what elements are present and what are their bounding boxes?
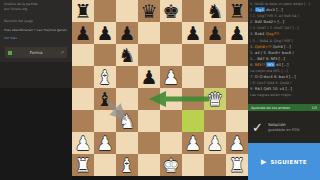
app-screen: Análisis de la partidapor lichess.orgRev… [0, 0, 320, 180]
square-f4[interactable] [182, 88, 204, 110]
play-icon: ▶ [261, 158, 266, 166]
square-h7[interactable]: ♟ [226, 22, 248, 44]
square-c1[interactable]: ♝ [116, 154, 138, 176]
square-f2[interactable]: ♟ [182, 132, 204, 154]
black-pawn-d5: ♟ [140, 66, 157, 88]
square-a3[interactable] [72, 110, 94, 132]
square-h2[interactable]: ♟ [226, 132, 248, 154]
square-e3[interactable] [160, 110, 182, 132]
white-rook-a1: ♜ [74, 154, 91, 176]
forma-label: Forma [12, 50, 60, 55]
square-b5[interactable]: ♝ [94, 66, 116, 88]
white-pawn-b2: ♟ [96, 132, 113, 154]
analysis-panel: 5. Nxd4 te deja un peón abajo [...]1. Qg… [248, 0, 320, 180]
solution-line2: guardada en PGN [268, 128, 300, 133]
sidebar-text-line: Ver más [4, 36, 68, 41]
square-g4[interactable]: ♛ [204, 88, 226, 110]
square-g3[interactable] [204, 110, 226, 132]
square-b4[interactable]: ♝ [94, 88, 116, 110]
left-sidebar: Análisis de la partidapor lichess.orgRev… [0, 0, 72, 180]
square-e1[interactable]: ♚ [160, 154, 182, 176]
white-pawn-g2: ♟ [206, 132, 223, 154]
square-g2[interactable]: ♟ [204, 132, 226, 154]
square-f7[interactable]: ♟ [182, 22, 204, 44]
black-knight-c6: ♞ [118, 44, 135, 66]
square-d3[interactable] [138, 110, 160, 132]
square-f1[interactable] [182, 154, 204, 176]
square-c8[interactable] [116, 0, 138, 22]
square-f8[interactable] [182, 0, 204, 22]
square-d4[interactable] [138, 88, 160, 110]
white-bishop-c1: ♝ [118, 154, 135, 176]
black-pawn-c7: ♟ [118, 22, 135, 44]
black-queen-d8: ♛ [140, 0, 157, 22]
next-button[interactable]: ▶ SIGUIENTE [248, 143, 320, 180]
white-king-e1: ♚ [162, 154, 179, 176]
square-a7[interactable]: ♟ [72, 22, 94, 44]
square-a5[interactable] [72, 66, 94, 88]
square-a6[interactable] [72, 44, 94, 66]
white-pawn-f2: ♟ [184, 132, 201, 154]
square-g6[interactable] [204, 44, 226, 66]
square-e2[interactable] [160, 132, 182, 154]
square-d7[interactable] [138, 22, 160, 44]
square-b6[interactable] [94, 44, 116, 66]
square-h4[interactable] [226, 88, 248, 110]
square-c4[interactable] [116, 88, 138, 110]
square-a2[interactable]: ♟ [72, 132, 94, 154]
black-rook-h8: ♜ [228, 0, 245, 22]
sidebar-text-line: por lichess.org [4, 7, 68, 12]
black-pawn-h7: ♟ [228, 22, 245, 44]
expand-icon[interactable]: ↗ [60, 50, 64, 55]
square-c5[interactable] [116, 66, 138, 88]
square-g1[interactable] [204, 154, 226, 176]
white-queen-g4: ♛ [206, 88, 223, 110]
white-pawn-h2: ♟ [228, 132, 245, 154]
square-h1[interactable]: ♜ [226, 154, 248, 176]
square-g7[interactable]: ♟ [204, 22, 226, 44]
square-d2[interactable] [138, 132, 160, 154]
square-d8[interactable]: ♛ [138, 0, 160, 22]
black-bishop-b4: ♝ [96, 88, 113, 110]
square-g5[interactable] [204, 66, 226, 88]
white-knight-c3: ♞ [118, 110, 135, 132]
black-pawn-g7: ♟ [206, 22, 223, 44]
square-h8[interactable]: ♜ [226, 0, 248, 22]
black-rook-a8: ♜ [74, 0, 91, 22]
square-a8[interactable]: ♜ [72, 0, 94, 22]
square-f3[interactable] [182, 110, 204, 132]
sidebar-text-line: Revisión del juego [4, 19, 68, 24]
square-e7[interactable] [160, 22, 182, 44]
square-c7[interactable]: ♟ [116, 22, 138, 44]
square-e5[interactable]: ♟ [160, 66, 182, 88]
square-h3[interactable] [226, 110, 248, 132]
white-pawn-a2: ♟ [74, 132, 91, 154]
square-h6[interactable] [226, 44, 248, 66]
black-king-e8: ♚ [162, 0, 179, 22]
chess-board[interactable]: ♜♛♚♞♜♟♟♟♟♟♟♞♝♟♟♝♛♞♟♟♟♟♟♜♝♚♜ [72, 0, 248, 176]
solution-block: ✓ Solución guardada en PGN [248, 111, 320, 143]
solution-text: Solución guardada en PGN [268, 122, 300, 133]
white-rook-h1: ♜ [228, 154, 245, 176]
square-f5[interactable] [182, 66, 204, 88]
sidebar-mid-section [0, 62, 72, 88]
mistake-bar-progress: 1/3 [312, 106, 317, 110]
square-d5[interactable]: ♟ [138, 66, 160, 88]
square-c6[interactable]: ♞ [116, 44, 138, 66]
square-a1[interactable]: ♜ [72, 154, 94, 176]
move-line[interactable]: Las negras están mejor. [248, 92, 320, 98]
learn-from-mistakes-bar: Aprende de tus errores 1/3 [248, 104, 320, 111]
square-c3[interactable]: ♞ [116, 110, 138, 132]
square-e6[interactable] [160, 44, 182, 66]
square-e8[interactable]: ♚ [160, 0, 182, 22]
square-b1[interactable] [94, 154, 116, 176]
square-a4[interactable] [72, 88, 94, 110]
black-pawn-a7: ♟ [74, 22, 91, 44]
forma-row[interactable]: Forma ↗ [5, 47, 67, 58]
sidebar-text-lines: Análisis de la partidapor lichess.orgRev… [0, 0, 72, 43]
black-pawn-f7: ♟ [184, 22, 201, 44]
square-h5[interactable] [226, 66, 248, 88]
square-b2[interactable]: ♟ [94, 132, 116, 154]
next-button-label: SIGUIENTE [270, 159, 307, 165]
square-d6[interactable] [138, 44, 160, 66]
black-knight-g8: ♞ [206, 0, 223, 22]
white-pawn-e5: ♟ [162, 66, 179, 88]
sidebar-text-line: mas abandonarán • Las mejoras ganan [4, 28, 68, 33]
square-g8[interactable]: ♞ [204, 0, 226, 22]
square-f6[interactable] [182, 44, 204, 66]
square-b8[interactable] [94, 0, 116, 22]
checkmark-icon: ✓ [252, 120, 263, 135]
square-e4[interactable] [160, 88, 182, 110]
white-bishop-b5: ♝ [96, 66, 113, 88]
square-b7[interactable]: ♟ [94, 22, 116, 44]
square-d1[interactable] [138, 154, 160, 176]
mistake-bar-label: Aprende de tus errores [251, 106, 290, 110]
square-c2[interactable] [116, 132, 138, 154]
black-pawn-b7: ♟ [96, 22, 113, 44]
square-b3[interactable] [94, 110, 116, 132]
move-list[interactable]: 5. Nxd4 te deja un peón abajo [...]1. Qg… [248, 0, 320, 104]
